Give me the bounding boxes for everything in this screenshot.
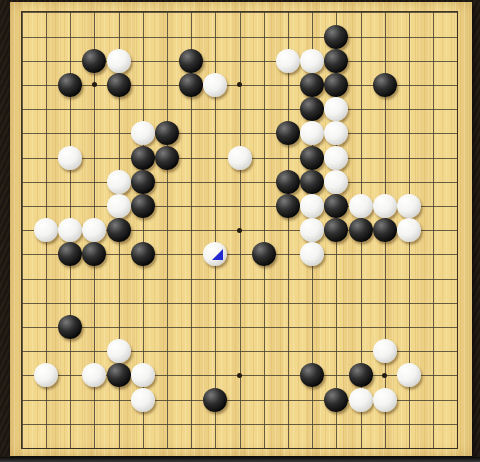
stone-white[interactable] xyxy=(131,363,155,387)
stone-black[interactable] xyxy=(131,170,155,194)
stone-white[interactable] xyxy=(397,218,421,242)
stone-black[interactable] xyxy=(82,49,106,73)
stone-white[interactable] xyxy=(203,73,227,97)
grid-line-vertical xyxy=(433,12,434,448)
stone-white[interactable] xyxy=(300,194,324,218)
stone-black[interactable] xyxy=(107,73,131,97)
stone-white[interactable] xyxy=(82,218,106,242)
stone-white[interactable] xyxy=(34,218,58,242)
grid-line-horizontal xyxy=(22,448,458,449)
stone-black[interactable] xyxy=(324,218,348,242)
grid-line-horizontal xyxy=(22,279,458,280)
stone-black[interactable] xyxy=(324,25,348,49)
stone-white[interactable] xyxy=(107,339,131,363)
stone-black[interactable] xyxy=(276,194,300,218)
star-point xyxy=(92,82,97,87)
stone-black[interactable] xyxy=(155,146,179,170)
stone-black[interactable] xyxy=(107,363,131,387)
star-point xyxy=(237,228,242,233)
go-board[interactable] xyxy=(10,2,472,456)
stone-white[interactable] xyxy=(300,49,324,73)
stone-black[interactable] xyxy=(58,242,82,266)
stone-white[interactable] xyxy=(203,242,227,266)
grid-line-vertical xyxy=(288,12,289,448)
stone-black[interactable] xyxy=(179,73,203,97)
stone-black[interactable] xyxy=(58,315,82,339)
stone-black[interactable] xyxy=(300,170,324,194)
window-bottom-edge xyxy=(0,457,480,462)
stone-black[interactable] xyxy=(276,170,300,194)
grid-line-horizontal xyxy=(22,303,458,304)
stone-black[interactable] xyxy=(324,73,348,97)
stone-black[interactable] xyxy=(155,121,179,145)
stone-black[interactable] xyxy=(179,49,203,73)
stone-white[interactable] xyxy=(107,194,131,218)
stone-white[interactable] xyxy=(397,194,421,218)
stone-black[interactable] xyxy=(349,218,373,242)
stone-white[interactable] xyxy=(373,388,397,412)
stone-black[interactable] xyxy=(252,242,276,266)
stone-black[interactable] xyxy=(107,218,131,242)
stone-white[interactable] xyxy=(58,218,82,242)
stone-white[interactable] xyxy=(107,49,131,73)
stone-black[interactable] xyxy=(300,363,324,387)
stone-black[interactable] xyxy=(131,194,155,218)
stone-white[interactable] xyxy=(34,363,58,387)
stone-black[interactable] xyxy=(324,49,348,73)
stone-white[interactable] xyxy=(300,121,324,145)
stone-black[interactable] xyxy=(349,363,373,387)
star-point xyxy=(237,82,242,87)
stone-black[interactable] xyxy=(131,146,155,170)
stone-black[interactable] xyxy=(203,388,227,412)
stone-white[interactable] xyxy=(276,49,300,73)
grid-line-vertical xyxy=(457,12,458,448)
stone-black[interactable] xyxy=(324,388,348,412)
star-point xyxy=(382,373,387,378)
grid-line-horizontal xyxy=(22,424,458,425)
stone-white[interactable] xyxy=(349,388,373,412)
stone-white[interactable] xyxy=(82,363,106,387)
stone-black[interactable] xyxy=(82,242,106,266)
stone-black[interactable] xyxy=(373,218,397,242)
grid-line-vertical xyxy=(264,12,265,448)
stone-white[interactable] xyxy=(228,146,252,170)
stone-white[interactable] xyxy=(300,218,324,242)
grid-line-horizontal xyxy=(22,327,458,328)
stone-white[interactable] xyxy=(397,363,421,387)
stone-white[interactable] xyxy=(373,339,397,363)
stone-white[interactable] xyxy=(324,146,348,170)
star-point xyxy=(237,373,242,378)
stone-black[interactable] xyxy=(131,242,155,266)
stone-black[interactable] xyxy=(300,73,324,97)
stone-white[interactable] xyxy=(58,146,82,170)
stone-black[interactable] xyxy=(276,121,300,145)
last-move-marker-icon xyxy=(212,249,223,260)
stone-white[interactable] xyxy=(324,170,348,194)
stone-black[interactable] xyxy=(58,73,82,97)
stone-white[interactable] xyxy=(324,97,348,121)
stone-white[interactable] xyxy=(131,121,155,145)
stone-white[interactable] xyxy=(131,388,155,412)
stone-white[interactable] xyxy=(349,194,373,218)
stone-black[interactable] xyxy=(373,73,397,97)
go-app-window xyxy=(0,0,480,462)
stone-white[interactable] xyxy=(324,121,348,145)
stone-black[interactable] xyxy=(300,146,324,170)
stone-black[interactable] xyxy=(300,97,324,121)
stone-white[interactable] xyxy=(373,194,397,218)
stone-white[interactable] xyxy=(300,242,324,266)
stone-white[interactable] xyxy=(107,170,131,194)
stone-black[interactable] xyxy=(324,194,348,218)
